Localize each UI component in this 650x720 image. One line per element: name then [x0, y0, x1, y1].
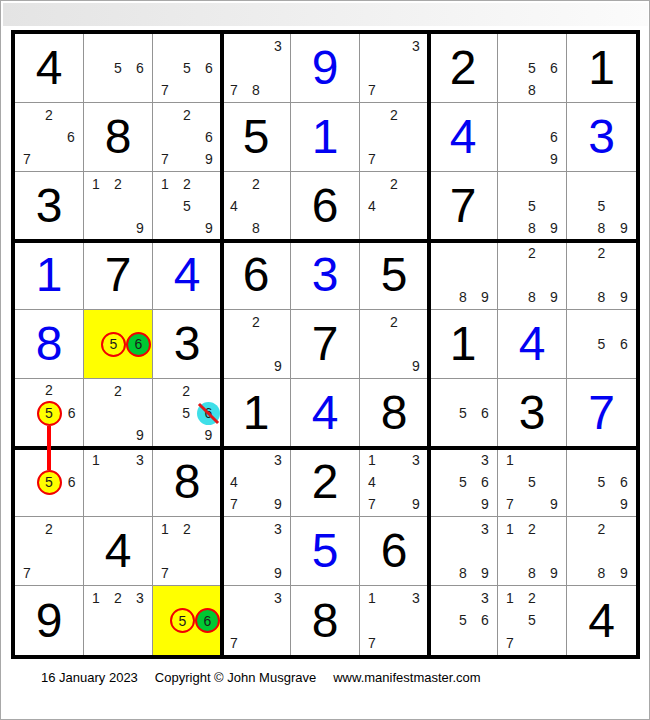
pencil-grid: 1289: [498, 517, 566, 585]
candidate-7: 7: [361, 493, 383, 515]
cell-r6c3[interactable]: 2569: [153, 379, 222, 448]
given-value: 9: [15, 586, 83, 655]
cell-r8c4[interactable]: 39: [222, 517, 291, 586]
sudoku-board: 4565673789372568126782679512746933129125…: [11, 30, 640, 659]
solved-value: 8: [15, 310, 83, 378]
candidate-7: 7: [499, 632, 521, 654]
given-value: 3: [15, 172, 83, 240]
candidate-9: 9: [474, 493, 496, 515]
pencil-grid: 27: [15, 517, 83, 585]
candidate-5: 5: [521, 195, 543, 217]
cell-r4c4[interactable]: 6: [222, 241, 291, 310]
cell-r8c6[interactable]: 6: [360, 517, 429, 586]
cell-r3c8[interactable]: 589: [498, 172, 567, 241]
cell-r5c6[interactable]: 29: [360, 310, 429, 379]
candidate-8: 8: [452, 562, 474, 584]
candidate-6: 6: [613, 471, 635, 493]
candidate-5-marked: 5: [37, 470, 62, 495]
given-value: 7: [429, 172, 497, 240]
cell-r7c7[interactable]: 3569: [429, 448, 498, 517]
pencil-grid: 389: [429, 517, 497, 585]
pencil-grid: 1579: [498, 448, 566, 516]
solved-value: 3: [291, 241, 359, 309]
candidate-9: 9: [129, 424, 151, 446]
candidate-7: 7: [223, 493, 245, 515]
cell-r1c9[interactable]: 1: [567, 34, 636, 103]
candidate-2: 2: [245, 173, 267, 195]
pencil-grid: 568: [498, 34, 566, 102]
candidate-5: 5: [176, 195, 198, 217]
candidate-6: 6: [543, 126, 565, 148]
candidate-6-marked: 6: [197, 402, 220, 425]
cell-r9c1[interactable]: 9: [15, 586, 84, 655]
solved-value: 3: [567, 103, 636, 171]
candidate-2: 2: [383, 311, 405, 333]
candidate-9: 9: [613, 217, 635, 239]
cell-r8c9[interactable]: 289: [567, 517, 636, 586]
candidate-6: 6: [129, 57, 151, 79]
candidate-9: 9: [267, 493, 289, 515]
pencil-grid: 1257: [498, 586, 566, 655]
candidate-5: 5: [521, 609, 543, 631]
candidate-2: 2: [521, 587, 543, 609]
pencil-grid: 56: [429, 379, 497, 447]
cell-r3c5[interactable]: 6: [291, 172, 360, 241]
given-value: 5: [360, 241, 428, 309]
candidate-4: 4: [361, 471, 383, 493]
cell-r5c7[interactable]: 1: [429, 310, 498, 379]
cell-r5c8[interactable]: 4: [498, 310, 567, 379]
pencil-grid: 1259: [153, 172, 221, 240]
cell-r4c6[interactable]: 5: [360, 241, 429, 310]
cell-r3c7[interactable]: 7: [429, 172, 498, 241]
cell-r1c7[interactable]: 2: [429, 34, 498, 103]
cell-r1c2[interactable]: 56: [84, 34, 153, 103]
solved-value: 4: [291, 379, 359, 447]
pencil-grid: 3569: [429, 448, 497, 516]
candidate-9: 9: [405, 493, 427, 515]
cell-r4c7[interactable]: 89: [429, 241, 498, 310]
cell-r5c2[interactable]: 56: [84, 310, 153, 379]
candidate-7: 7: [361, 632, 383, 654]
cell-r7c4[interactable]: 3479: [222, 448, 291, 517]
solved-value: 9: [291, 34, 359, 102]
given-value: 6: [360, 517, 428, 585]
candidate-8: 8: [245, 79, 267, 101]
candidate-3: 3: [267, 587, 289, 609]
candidate-2: 2: [383, 173, 405, 195]
candidate-7: 7: [16, 562, 38, 584]
candidate-9: 9: [197, 425, 220, 447]
pencil-grid: 56: [84, 34, 152, 102]
cell-r9c4[interactable]: 37: [222, 586, 291, 655]
cell-r9c7[interactable]: 356: [429, 586, 498, 655]
candidate-7: 7: [154, 562, 176, 584]
cell-r2c9[interactable]: 3: [567, 103, 636, 172]
cell-r1c5[interactable]: 9: [291, 34, 360, 103]
page: 4565673789372568126782679512746933129125…: [0, 0, 650, 720]
candidate-5-marked: 5: [101, 332, 126, 357]
candidate-9: 9: [267, 355, 289, 377]
candidate-6: 6: [613, 333, 635, 355]
candidate-9: 9: [543, 286, 565, 308]
cell-r4c5[interactable]: 3: [291, 241, 360, 310]
candidate-8: 8: [590, 562, 612, 584]
candidate-4: 4: [223, 471, 245, 493]
candidate-7: 7: [361, 148, 383, 170]
cell-r1c8[interactable]: 568: [498, 34, 567, 103]
candidate-8: 8: [521, 286, 543, 308]
cell-r9c5[interactable]: 8: [291, 586, 360, 655]
cell-r7c5[interactable]: 2: [291, 448, 360, 517]
candidate-2: 2: [38, 104, 60, 126]
cell-r9c3[interactable]: 56: [153, 586, 222, 655]
window-chrome-band: [3, 3, 648, 26]
pencil-grid: 356: [429, 586, 497, 655]
cell-r4c1[interactable]: 1: [15, 241, 84, 310]
given-value: 6: [291, 172, 359, 240]
cell-r6c7[interactable]: 56: [429, 379, 498, 448]
candidate-3: 3: [129, 449, 151, 471]
cell-r5c4[interactable]: 29: [222, 310, 291, 379]
candidate-9: 9: [613, 493, 635, 515]
pencil-grid: 37: [360, 34, 428, 102]
given-value: 4: [567, 586, 636, 655]
pencil-grid: 29: [222, 310, 290, 378]
candidate-3: 3: [405, 587, 427, 609]
pencil-grid: 3479: [222, 448, 290, 516]
candidate-2: 2: [176, 173, 198, 195]
candidate-5: 5: [176, 402, 198, 425]
pencil-grid: 56: [84, 310, 152, 378]
cell-r4c9[interactable]: 289: [567, 241, 636, 310]
candidate-3: 3: [405, 35, 427, 57]
candidate-8: 8: [590, 217, 612, 239]
cell-r2c4[interactable]: 5: [222, 103, 291, 172]
solved-value: 5: [291, 517, 359, 585]
cell-r3c3[interactable]: 1259: [153, 172, 222, 241]
candidate-7: 7: [499, 493, 521, 515]
cell-r2c5[interactable]: 1: [291, 103, 360, 172]
given-value: 5: [222, 103, 290, 171]
cell-r1c4[interactable]: 378: [222, 34, 291, 103]
cell-r1c3[interactable]: 567: [153, 34, 222, 103]
cell-r3c9[interactable]: 589: [567, 172, 636, 241]
footer: 16 January 2023 Copyright © John Musgrav…: [41, 670, 481, 685]
cell-r2c8[interactable]: 69: [498, 103, 567, 172]
candidate-2: 2: [107, 173, 129, 195]
candidate-3: 3: [474, 518, 496, 540]
candidate-8: 8: [521, 562, 543, 584]
candidate-9: 9: [405, 355, 427, 377]
box-divider-horizontal-2: [15, 446, 636, 450]
cell-r5c1[interactable]: 8: [15, 310, 84, 379]
cell-r8c2[interactable]: 4: [84, 517, 153, 586]
candidate-9: 9: [543, 217, 565, 239]
cell-r8c8[interactable]: 1289: [498, 517, 567, 586]
candidate-5: 5: [590, 471, 612, 493]
candidate-7: 7: [361, 79, 383, 101]
candidate-1: 1: [499, 518, 521, 540]
pencil-grid: 267: [15, 103, 83, 171]
candidate-2: 2: [245, 311, 267, 333]
solved-value: 1: [15, 241, 83, 309]
candidate-2: 2: [107, 587, 129, 609]
given-value: 8: [291, 586, 359, 655]
pencil-grid: 69: [498, 103, 566, 171]
candidate-3: 3: [129, 587, 151, 609]
cell-r7c2[interactable]: 13: [84, 448, 153, 517]
candidate-5: 5: [590, 195, 612, 217]
candidate-1: 1: [499, 587, 521, 609]
pencil-grid: 27: [360, 103, 428, 171]
given-value: 8: [84, 103, 152, 171]
candidate-9: 9: [543, 148, 565, 170]
given-value: 2: [429, 34, 497, 102]
given-value: 2: [291, 448, 359, 516]
candidate-9: 9: [129, 217, 151, 239]
box-divider-vertical-1: [220, 34, 224, 655]
candidate-1: 1: [85, 173, 107, 195]
cell-r9c8[interactable]: 1257: [498, 586, 567, 655]
candidate-3: 3: [474, 587, 496, 609]
candidate-3: 3: [267, 35, 289, 57]
cell-r9c2[interactable]: 123: [84, 586, 153, 655]
candidate-9: 9: [198, 217, 220, 239]
candidate-5: 5: [452, 609, 474, 631]
candidate-2: 2: [590, 242, 612, 264]
pencil-grid: 2569: [153, 379, 221, 447]
pencil-grid: 56: [153, 586, 221, 655]
given-value: 4: [15, 34, 83, 102]
board-cells: 4565673789372568126782679512746933129125…: [15, 34, 636, 655]
candidate-5: 5: [452, 471, 474, 493]
candidate-5: 5: [107, 57, 129, 79]
cell-r5c5[interactable]: 7: [291, 310, 360, 379]
candidate-9: 9: [198, 148, 220, 170]
cell-r7c9[interactable]: 569: [567, 448, 636, 517]
cell-r7c3[interactable]: 8: [153, 448, 222, 517]
pencil-grid: 127: [153, 517, 221, 585]
candidate-2: 2: [383, 104, 405, 126]
pencil-grid: 137: [360, 586, 428, 655]
cell-r2c1[interactable]: 267: [15, 103, 84, 172]
given-value: 7: [84, 241, 152, 309]
candidate-9: 9: [613, 286, 635, 308]
candidate-6: 6: [198, 57, 220, 79]
candidate-7: 7: [154, 148, 176, 170]
candidate-9: 9: [474, 562, 496, 584]
given-value: 1: [222, 379, 290, 447]
cell-r7c6[interactable]: 13479: [360, 448, 429, 517]
candidate-2: 2: [521, 242, 543, 264]
candidate-8: 8: [521, 79, 543, 101]
pencil-grid: 289: [567, 517, 636, 585]
cell-r8c3[interactable]: 127: [153, 517, 222, 586]
candidate-1: 1: [361, 449, 383, 471]
candidate-2: 2: [37, 380, 62, 401]
given-value: 1: [567, 34, 636, 102]
pencil-grid: 13479: [360, 448, 428, 516]
cell-r8c1[interactable]: 27: [15, 517, 84, 586]
solved-value: 7: [567, 379, 636, 447]
pencil-grid: 2679: [153, 103, 221, 171]
chain-link-line: [47, 426, 51, 470]
footer-copyright: Copyright © John Musgrave: [155, 670, 316, 685]
candidate-4: 4: [223, 195, 245, 217]
given-value: 7: [291, 310, 359, 378]
cell-r6c9[interactable]: 7: [567, 379, 636, 448]
candidate-5: 5: [176, 57, 198, 79]
pencil-grid: 378: [222, 34, 290, 102]
candidate-7: 7: [16, 148, 38, 170]
candidate-1: 1: [154, 518, 176, 540]
cell-r6c8[interactable]: 3: [498, 379, 567, 448]
given-value: 1: [429, 310, 497, 378]
candidate-2: 2: [176, 104, 198, 126]
cell-r1c6[interactable]: 37: [360, 34, 429, 103]
cell-r6c6[interactable]: 8: [360, 379, 429, 448]
solved-value: 4: [429, 103, 497, 171]
candidate-6: 6: [62, 401, 83, 426]
candidate-9: 9: [543, 493, 565, 515]
candidate-3: 3: [405, 449, 427, 471]
pencil-grid: 37: [222, 586, 290, 655]
candidate-8: 8: [521, 217, 543, 239]
pencil-grid: 39: [222, 517, 290, 585]
cell-r6c4[interactable]: 1: [222, 379, 291, 448]
candidate-6: 6: [543, 57, 565, 79]
candidate-2: 2: [590, 518, 612, 540]
cell-r8c7[interactable]: 389: [429, 517, 498, 586]
pencil-grid: 129: [84, 172, 152, 240]
candidate-2: 2: [176, 380, 198, 402]
candidate-8: 8: [590, 286, 612, 308]
candidate-5-marked: 5: [170, 608, 195, 633]
candidate-6: 6: [474, 402, 496, 424]
cell-r9c6[interactable]: 137: [360, 586, 429, 655]
cell-r2c3[interactable]: 2679: [153, 103, 222, 172]
candidate-2: 2: [38, 518, 60, 540]
cell-r5c3[interactable]: 3: [153, 310, 222, 379]
cell-r8c5[interactable]: 5: [291, 517, 360, 586]
candidate-1: 1: [361, 587, 383, 609]
pencil-grid: 569: [567, 448, 636, 516]
footer-date: 16 January 2023: [41, 670, 138, 685]
candidate-4: 4: [361, 195, 383, 217]
candidate-7: 7: [223, 79, 245, 101]
candidate-9: 9: [543, 562, 565, 584]
candidate-6: 6: [474, 609, 496, 631]
cell-r5c9[interactable]: 56: [567, 310, 636, 379]
pencil-grid: 589: [498, 172, 566, 240]
pencil-grid: 567: [153, 34, 221, 102]
pencil-grid: 29: [84, 379, 152, 447]
candidate-1: 1: [154, 173, 176, 195]
candidate-5: 5: [590, 333, 612, 355]
given-value: 8: [360, 379, 428, 447]
candidate-6: 6: [474, 471, 496, 493]
candidate-9: 9: [613, 562, 635, 584]
pencil-grid: 289: [567, 241, 636, 309]
cell-r3c6[interactable]: 24: [360, 172, 429, 241]
candidate-1: 1: [499, 449, 521, 471]
cell-r4c2[interactable]: 7: [84, 241, 153, 310]
candidate-6-marked: 6: [195, 608, 220, 633]
candidate-6: 6: [62, 470, 83, 495]
pencil-grid: 29: [360, 310, 428, 378]
candidate-3: 3: [474, 449, 496, 471]
given-value: 3: [498, 379, 566, 447]
candidate-1: 1: [85, 587, 107, 609]
given-value: 4: [84, 517, 152, 585]
candidate-6: 6: [198, 126, 220, 148]
cell-r3c1[interactable]: 3: [15, 172, 84, 241]
pencil-grid: 589: [567, 172, 636, 240]
cell-r3c4[interactable]: 248: [222, 172, 291, 241]
candidate-1: 1: [85, 449, 107, 471]
candidate-5: 5: [521, 471, 543, 493]
pencil-grid: 123: [84, 586, 152, 655]
given-value: 6: [222, 241, 290, 309]
box-divider-vertical-2: [427, 34, 431, 655]
candidate-8: 8: [452, 286, 474, 308]
cell-r2c2[interactable]: 8: [84, 103, 153, 172]
cell-r6c5[interactable]: 4: [291, 379, 360, 448]
solved-value: 4: [153, 241, 221, 309]
cell-r3c2[interactable]: 129: [84, 172, 153, 241]
candidate-2: 2: [521, 518, 543, 540]
cell-r4c8[interactable]: 289: [498, 241, 567, 310]
box-divider-horizontal-1: [15, 239, 636, 243]
pencil-grid: 56: [567, 310, 636, 378]
candidate-3: 3: [267, 518, 289, 540]
cell-r1c1[interactable]: 4: [15, 34, 84, 103]
candidate-8: 8: [245, 217, 267, 239]
given-value: 8: [153, 448, 221, 516]
candidate-2: 2: [176, 518, 198, 540]
cell-r9c9[interactable]: 4: [567, 586, 636, 655]
given-value: 3: [153, 310, 221, 378]
pencil-grid: 13: [84, 448, 152, 516]
candidate-9: 9: [474, 286, 496, 308]
candidate-6: 6: [60, 126, 82, 148]
solved-value: 1: [291, 103, 359, 171]
candidate-7: 7: [154, 79, 176, 101]
footer-website[interactable]: www.manifestmaster.com: [333, 670, 480, 685]
cell-r4c3[interactable]: 4: [153, 241, 222, 310]
cell-r2c6[interactable]: 27: [360, 103, 429, 172]
candidate-5-marked: 5: [37, 401, 62, 426]
candidate-3: 3: [267, 449, 289, 471]
candidate-6-marked: 6: [126, 332, 151, 357]
candidate-7: 7: [223, 632, 245, 654]
candidate-9: 9: [267, 562, 289, 584]
candidate-2: 2: [107, 380, 129, 402]
cell-r2c7[interactable]: 4: [429, 103, 498, 172]
pencil-grid: 89: [429, 241, 497, 309]
pencil-grid: 248: [222, 172, 290, 240]
candidate-5: 5: [452, 402, 474, 424]
pencil-grid: 289: [498, 241, 566, 309]
candidate-5: 5: [521, 57, 543, 79]
cell-r6c2[interactable]: 29: [84, 379, 153, 448]
pencil-grid: 24: [360, 172, 428, 240]
cell-r7c8[interactable]: 1579: [498, 448, 567, 517]
solved-value: 4: [498, 310, 566, 378]
